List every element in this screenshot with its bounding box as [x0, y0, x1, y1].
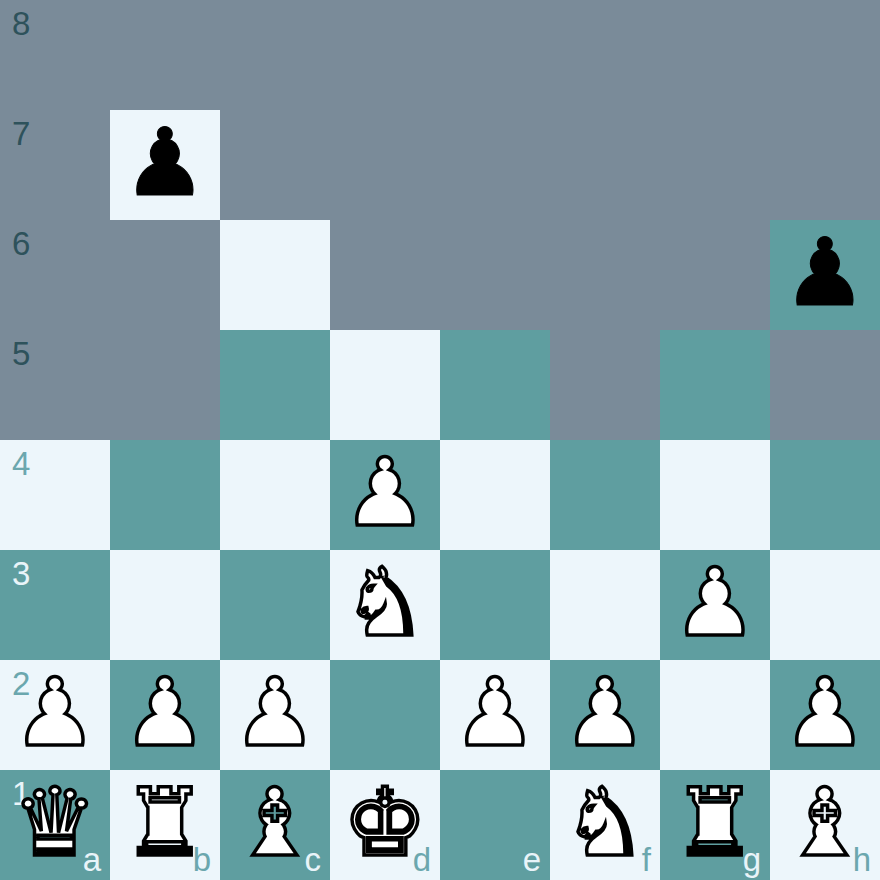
- square-h6[interactable]: ♟: [770, 220, 880, 330]
- rank-label-4: 4: [12, 447, 30, 480]
- square-g2[interactable]: [660, 660, 770, 770]
- square-f8[interactable]: [550, 0, 660, 110]
- square-h5[interactable]: [770, 330, 880, 440]
- square-a2[interactable]: 2♟: [0, 660, 110, 770]
- square-d7[interactable]: [330, 110, 440, 220]
- square-b5[interactable]: [110, 330, 220, 440]
- square-b2[interactable]: ♟: [110, 660, 220, 770]
- square-c6[interactable]: [220, 220, 330, 330]
- square-e4[interactable]: [440, 440, 550, 550]
- square-d5[interactable]: [330, 330, 440, 440]
- white-pawn[interactable]: ♟: [123, 658, 207, 768]
- square-e8[interactable]: [440, 0, 550, 110]
- square-a7[interactable]: 7: [0, 110, 110, 220]
- white-queen[interactable]: ♛: [13, 768, 97, 878]
- white-rook[interactable]: ♜: [673, 768, 757, 878]
- square-a1[interactable]: 1a♛: [0, 770, 110, 880]
- square-b4[interactable]: [110, 440, 220, 550]
- white-bishop[interactable]: ♝: [783, 768, 867, 878]
- square-f6[interactable]: [550, 220, 660, 330]
- square-h3[interactable]: [770, 550, 880, 660]
- square-b8[interactable]: [110, 0, 220, 110]
- square-d8[interactable]: [330, 0, 440, 110]
- square-h2[interactable]: ♟: [770, 660, 880, 770]
- square-f2[interactable]: ♟: [550, 660, 660, 770]
- square-c2[interactable]: ♟: [220, 660, 330, 770]
- square-d4[interactable]: ♟: [330, 440, 440, 550]
- white-pawn[interactable]: ♟: [673, 548, 757, 658]
- square-h1[interactable]: h♝: [770, 770, 880, 880]
- square-a3[interactable]: 3: [0, 550, 110, 660]
- square-b1[interactable]: b♜: [110, 770, 220, 880]
- square-e2[interactable]: ♟: [440, 660, 550, 770]
- white-pawn[interactable]: ♟: [13, 658, 97, 768]
- square-g5[interactable]: [660, 330, 770, 440]
- square-d6[interactable]: [330, 220, 440, 330]
- square-f3[interactable]: [550, 550, 660, 660]
- white-knight[interactable]: ♞: [343, 548, 427, 658]
- square-f5[interactable]: [550, 330, 660, 440]
- square-a8[interactable]: 8: [0, 0, 110, 110]
- square-a6[interactable]: 6: [0, 220, 110, 330]
- square-g6[interactable]: [660, 220, 770, 330]
- white-rook[interactable]: ♜: [123, 768, 207, 878]
- square-e7[interactable]: [440, 110, 550, 220]
- square-a5[interactable]: 5: [0, 330, 110, 440]
- square-g3[interactable]: ♟: [660, 550, 770, 660]
- square-f4[interactable]: [550, 440, 660, 550]
- square-g8[interactable]: [660, 0, 770, 110]
- square-b7[interactable]: ♟: [110, 110, 220, 220]
- white-pawn[interactable]: ♟: [563, 658, 647, 768]
- square-c8[interactable]: [220, 0, 330, 110]
- square-h7[interactable]: [770, 110, 880, 220]
- file-label-e: e: [523, 843, 541, 876]
- rank-label-7: 7: [12, 117, 30, 150]
- white-pawn[interactable]: ♟: [343, 438, 427, 548]
- square-c3[interactable]: [220, 550, 330, 660]
- white-bishop[interactable]: ♝: [233, 768, 317, 878]
- square-b3[interactable]: [110, 550, 220, 660]
- rank-label-3: 3: [12, 557, 30, 590]
- square-e3[interactable]: [440, 550, 550, 660]
- square-e1[interactable]: e: [440, 770, 550, 880]
- white-pawn[interactable]: ♟: [783, 658, 867, 768]
- square-c7[interactable]: [220, 110, 330, 220]
- square-b6[interactable]: [110, 220, 220, 330]
- white-pawn[interactable]: ♟: [233, 658, 317, 768]
- square-h4[interactable]: [770, 440, 880, 550]
- square-d1[interactable]: d♚: [330, 770, 440, 880]
- square-e6[interactable]: [440, 220, 550, 330]
- square-c5[interactable]: [220, 330, 330, 440]
- square-g7[interactable]: [660, 110, 770, 220]
- square-g4[interactable]: [660, 440, 770, 550]
- white-knight[interactable]: ♞: [563, 768, 647, 878]
- black-pawn[interactable]: ♟: [123, 108, 207, 218]
- square-c1[interactable]: c♝: [220, 770, 330, 880]
- white-pawn[interactable]: ♟: [453, 658, 537, 768]
- white-king[interactable]: ♚: [343, 768, 427, 878]
- square-a4[interactable]: 4: [0, 440, 110, 550]
- square-e5[interactable]: [440, 330, 550, 440]
- square-f7[interactable]: [550, 110, 660, 220]
- chess-board: 87♟6♟54♟3♞♟2♟♟♟♟♟♟1a♛b♜c♝d♚ef♞g♜h♝: [0, 0, 880, 880]
- square-c4[interactable]: [220, 440, 330, 550]
- square-f1[interactable]: f♞: [550, 770, 660, 880]
- square-g1[interactable]: g♜: [660, 770, 770, 880]
- rank-label-8: 8: [12, 7, 30, 40]
- black-pawn[interactable]: ♟: [783, 218, 867, 328]
- rank-label-6: 6: [12, 227, 30, 260]
- square-d2[interactable]: [330, 660, 440, 770]
- square-h8[interactable]: [770, 0, 880, 110]
- rank-label-5: 5: [12, 337, 30, 370]
- square-d3[interactable]: ♞: [330, 550, 440, 660]
